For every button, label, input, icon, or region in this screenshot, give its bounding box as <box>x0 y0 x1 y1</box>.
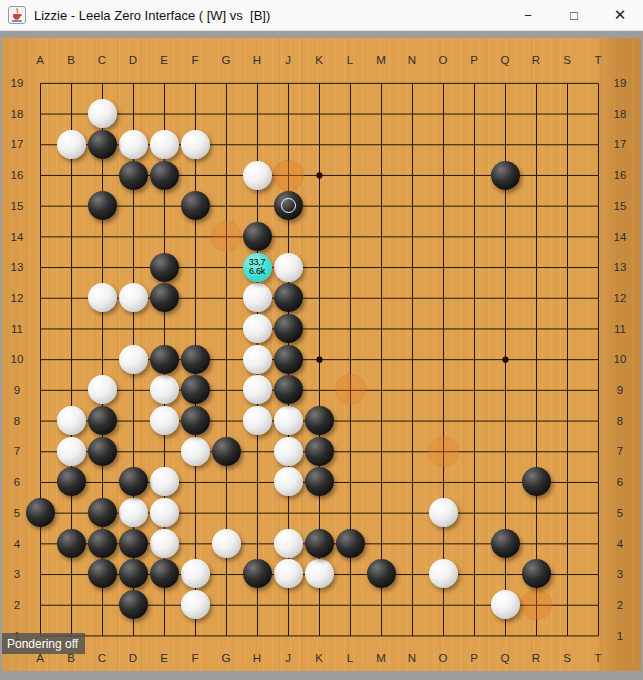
black-stone <box>150 253 179 282</box>
black-stone <box>88 529 117 558</box>
white-stone <box>243 314 272 343</box>
column-label: D <box>122 651 144 665</box>
white-stone <box>57 406 86 435</box>
black-stone <box>305 437 334 466</box>
column-label: M <box>370 651 392 665</box>
white-stone <box>274 559 303 588</box>
white-stone <box>88 375 117 404</box>
best-move-suggestion[interactable]: 33,76.6k <box>243 253 272 282</box>
column-label: F <box>184 651 206 665</box>
black-stone <box>119 590 148 619</box>
black-stone <box>150 345 179 374</box>
column-label: L <box>339 651 361 665</box>
white-stone <box>150 130 179 159</box>
column-label: L <box>339 53 361 67</box>
candidate-move-circle[interactable] <box>335 374 366 405</box>
white-stone <box>274 529 303 558</box>
white-stone <box>119 130 148 159</box>
column-label: P <box>463 651 485 665</box>
column-label: R <box>525 651 547 665</box>
best-move-visits: 6.6k <box>249 267 265 277</box>
column-label: T <box>587 53 609 67</box>
black-stone <box>119 559 148 588</box>
black-stone <box>119 161 148 190</box>
column-label: K <box>308 651 330 665</box>
white-stone <box>212 529 241 558</box>
black-stone <box>181 345 210 374</box>
black-stone <box>88 437 117 466</box>
white-stone <box>57 437 86 466</box>
column-label: O <box>432 53 454 67</box>
black-stone <box>243 559 272 588</box>
column-label: M <box>370 53 392 67</box>
black-stone <box>181 406 210 435</box>
black-stone <box>88 406 117 435</box>
black-stone <box>212 437 241 466</box>
lizzie-window: Lizzie - Leela Zero Interface ( [W] vs [… <box>0 0 643 680</box>
white-stone <box>243 345 272 374</box>
column-label: E <box>153 651 175 665</box>
black-stone <box>88 191 117 220</box>
black-stone <box>305 467 334 496</box>
column-label: H <box>246 651 268 665</box>
go-board-grid[interactable]: 33,76.6k <box>25 68 614 651</box>
column-label: K <box>308 53 330 67</box>
status-text: Pondering off <box>7 637 78 651</box>
black-stone <box>274 345 303 374</box>
black-stone <box>274 283 303 312</box>
column-label: O <box>432 651 454 665</box>
black-stone <box>522 559 551 588</box>
column-label: Q <box>494 53 516 67</box>
white-stone <box>119 498 148 527</box>
white-stone <box>88 99 117 128</box>
java-coffee-icon <box>8 6 26 24</box>
candidate-move-circle[interactable] <box>211 221 242 252</box>
column-label: A <box>29 53 51 67</box>
column-label: F <box>184 53 206 67</box>
column-label: Q <box>494 651 516 665</box>
white-stone <box>150 529 179 558</box>
column-label: N <box>401 651 423 665</box>
white-stone <box>119 345 148 374</box>
white-stone <box>305 559 334 588</box>
white-stone <box>243 406 272 435</box>
column-label: G <box>215 651 237 665</box>
black-stone <box>305 529 334 558</box>
window-titlebar: Lizzie - Leela Zero Interface ( [W] vs [… <box>0 0 643 31</box>
white-stone <box>150 498 179 527</box>
column-label: P <box>463 53 485 67</box>
column-label: N <box>401 53 423 67</box>
white-stone <box>491 590 520 619</box>
white-stone <box>150 467 179 496</box>
white-stone <box>274 467 303 496</box>
black-stone <box>88 130 117 159</box>
star-point <box>316 172 322 178</box>
black-stone <box>57 467 86 496</box>
star-point <box>502 356 508 362</box>
white-stone <box>57 130 86 159</box>
white-stone <box>181 590 210 619</box>
column-label: S <box>556 651 578 665</box>
column-label: E <box>153 53 175 67</box>
minimize-button[interactable]: − <box>505 0 551 30</box>
column-label: G <box>215 53 237 67</box>
black-stone <box>367 559 396 588</box>
black-stone <box>88 498 117 527</box>
black-stone <box>491 161 520 190</box>
black-stone <box>243 222 272 251</box>
white-stone <box>150 375 179 404</box>
white-stone <box>274 406 303 435</box>
black-stone <box>274 314 303 343</box>
maximize-button[interactable]: □ <box>551 0 597 30</box>
column-label: J <box>277 53 299 67</box>
white-stone <box>181 559 210 588</box>
black-stone <box>305 406 334 435</box>
black-stone <box>336 529 365 558</box>
status-bar: Pondering off <box>2 633 85 654</box>
candidate-move-circle[interactable] <box>428 436 459 467</box>
white-stone <box>119 283 148 312</box>
white-stone <box>150 406 179 435</box>
black-stone <box>181 191 210 220</box>
column-label: C <box>91 651 113 665</box>
black-stone <box>26 498 55 527</box>
white-stone <box>274 437 303 466</box>
column-label: R <box>525 53 547 67</box>
column-label: H <box>246 53 268 67</box>
black-stone <box>491 529 520 558</box>
column-label: T <box>587 651 609 665</box>
white-stone <box>243 161 272 190</box>
white-stone <box>181 130 210 159</box>
column-label: J <box>277 651 299 665</box>
white-stone <box>243 375 272 404</box>
black-stone <box>150 559 179 588</box>
black-stone <box>119 467 148 496</box>
window-title: Lizzie - Leela Zero Interface ( [W] vs [… <box>34 8 505 23</box>
candidate-move-circle[interactable] <box>521 589 552 620</box>
white-stone <box>429 498 458 527</box>
white-stone <box>88 283 117 312</box>
column-label: B <box>60 53 82 67</box>
black-stone <box>274 375 303 404</box>
white-stone <box>181 437 210 466</box>
last-move-marker <box>281 198 296 213</box>
column-label: D <box>122 53 144 67</box>
black-stone <box>57 529 86 558</box>
black-stone <box>181 375 210 404</box>
close-button[interactable]: ✕ <box>597 0 643 30</box>
black-stone <box>150 283 179 312</box>
black-stone <box>88 559 117 588</box>
black-stone <box>119 529 148 558</box>
column-label: S <box>556 53 578 67</box>
column-label: C <box>91 53 113 67</box>
white-stone <box>243 283 272 312</box>
star-point <box>316 356 322 362</box>
white-stone <box>274 253 303 282</box>
black-stone <box>150 161 179 190</box>
black-stone <box>274 191 303 220</box>
white-stone <box>429 559 458 588</box>
black-stone <box>522 467 551 496</box>
candidate-move-circle[interactable] <box>273 160 304 191</box>
